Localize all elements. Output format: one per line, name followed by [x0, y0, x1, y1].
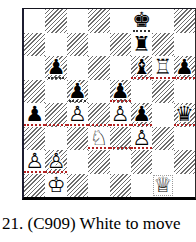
- square-b5: [45, 80, 66, 104]
- chess-board: ♚♜♟♝♖♟♟♟♟♙♙♟♛♘♙♙♙♔♕: [22, 8, 196, 200]
- piece-white-pawn: ♙: [25, 151, 44, 172]
- square-g8: [152, 9, 173, 33]
- piece-black-king: ♚: [132, 10, 151, 31]
- square-c2: [67, 150, 88, 174]
- square-b7: [45, 33, 66, 57]
- square-e5: ♟: [110, 80, 131, 104]
- square-h5: [174, 80, 195, 104]
- square-f3: ♙: [131, 127, 152, 151]
- piece-black-pawn: ♟: [25, 104, 44, 125]
- square-b6: ♟: [45, 56, 66, 80]
- square-f6: ♝: [131, 56, 152, 80]
- square-h2: [174, 150, 195, 174]
- square-b2: ♙: [45, 150, 66, 174]
- square-d7: [88, 33, 109, 57]
- square-f8: ♚: [131, 9, 152, 33]
- piece-white-pawn: ♙: [47, 151, 66, 172]
- piece-white-rook: ♖: [154, 57, 173, 78]
- board-area: ♚♜♟♝♖♟♟♟♟♙♙♟♛♘♙♙♙♔♕: [22, 8, 196, 200]
- square-e1: [110, 174, 131, 198]
- piece-black-pawn: ♟: [68, 81, 87, 102]
- square-a5: [24, 80, 45, 104]
- piece-black-pawn: ♟: [111, 81, 130, 102]
- square-d6: [88, 56, 109, 80]
- piece-black-pawn: ♟: [132, 104, 151, 125]
- square-g5: [152, 80, 173, 104]
- piece-white-pawn: ♙: [68, 104, 87, 125]
- square-g4: [152, 103, 173, 127]
- piece-white-pawn: ♙: [132, 128, 151, 149]
- square-e6: [110, 56, 131, 80]
- square-h8: [174, 9, 195, 33]
- piece-black-pawn: ♟: [47, 57, 66, 78]
- piece-white-king: ♔: [47, 175, 66, 196]
- piece-black-queen: ♛: [175, 104, 194, 125]
- square-b8: [45, 9, 66, 33]
- piece-white-pawn: ♙: [111, 104, 130, 125]
- square-g7: [152, 33, 173, 57]
- square-g1: ♕: [152, 174, 173, 198]
- square-e7: [110, 33, 131, 57]
- square-h1: [174, 174, 195, 198]
- square-d3: ♘: [88, 127, 109, 151]
- square-e4: ♙: [110, 103, 131, 127]
- square-c5: ♟: [67, 80, 88, 104]
- square-a1: [24, 174, 45, 198]
- square-g2: [152, 150, 173, 174]
- square-a7: [24, 33, 45, 57]
- square-g6: ♖: [152, 56, 173, 80]
- square-c6: [67, 56, 88, 80]
- square-c4: ♙: [67, 103, 88, 127]
- square-f4: ♟: [131, 103, 152, 127]
- piece-white-queen: ♕: [154, 175, 173, 196]
- square-a2: ♙: [24, 150, 45, 174]
- square-e2: [110, 150, 131, 174]
- square-e3: [110, 127, 131, 151]
- square-b3: [45, 127, 66, 151]
- diagram-caption: 21. (C909) White to move: [2, 214, 196, 234]
- square-f2: [131, 150, 152, 174]
- square-d2: [88, 150, 109, 174]
- square-c8: [67, 9, 88, 33]
- square-c7: [67, 33, 88, 57]
- square-d1: [88, 174, 109, 198]
- square-f1: [131, 174, 152, 198]
- piece-black-bishop: ♝: [132, 57, 151, 78]
- square-h3: [174, 127, 195, 151]
- piece-black-rook: ♜: [132, 34, 151, 55]
- square-h6: ♟: [174, 56, 195, 80]
- square-h7: [174, 33, 195, 57]
- square-b1: ♔: [45, 174, 66, 198]
- piece-white-knight: ♘: [89, 128, 108, 149]
- square-c3: [67, 127, 88, 151]
- diagram-page: ♚♜♟♝♖♟♟♟♟♙♙♟♛♘♙♙♙♔♕ 21. (C909) White to …: [0, 0, 196, 242]
- square-a6: [24, 56, 45, 80]
- square-a4: ♟: [24, 103, 45, 127]
- square-b4: [45, 103, 66, 127]
- square-a3: [24, 127, 45, 151]
- square-d5: [88, 80, 109, 104]
- square-g3: [152, 127, 173, 151]
- square-d4: [88, 103, 109, 127]
- piece-black-pawn: ♟: [175, 57, 194, 78]
- square-c1: [67, 174, 88, 198]
- square-f5: [131, 80, 152, 104]
- square-h4: ♛: [174, 103, 195, 127]
- square-f7: ♜: [131, 33, 152, 57]
- square-d8: [88, 9, 109, 33]
- square-a8: [24, 9, 45, 33]
- square-e8: [110, 9, 131, 33]
